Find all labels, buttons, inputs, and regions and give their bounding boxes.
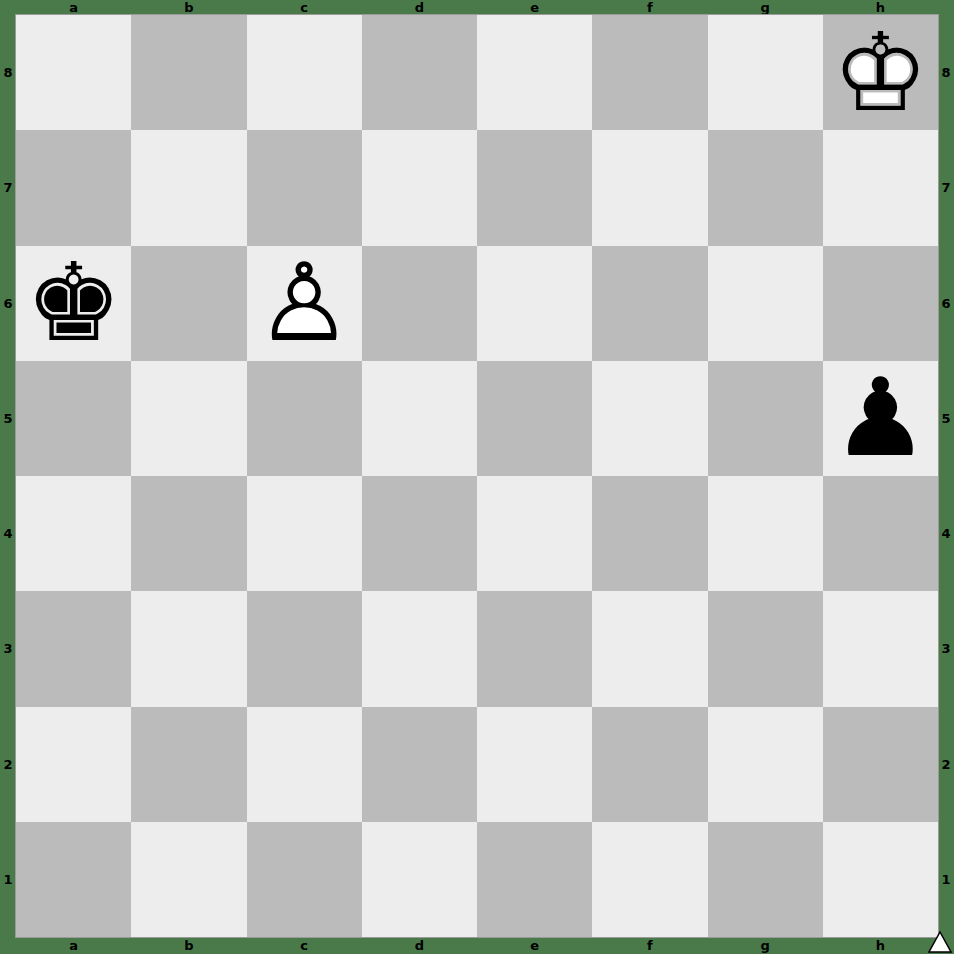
coord-label-8: 8: [938, 15, 954, 130]
square-a8[interactable]: [16, 15, 131, 130]
chess-board[interactable]: ♚♔♚♟♙♟: [16, 15, 938, 937]
square-f7[interactable]: [592, 130, 707, 245]
white-pawn-glyph: ♙: [256, 249, 353, 357]
coord-label-7: 7: [0, 130, 16, 245]
square-b4[interactable]: [131, 476, 246, 591]
square-d3[interactable]: [362, 591, 477, 706]
square-g8[interactable]: [708, 15, 823, 130]
white-to-move-indicator: [928, 931, 952, 953]
square-d5[interactable]: [362, 361, 477, 476]
coord-label-1: 1: [0, 822, 16, 937]
square-e5[interactable]: [477, 361, 592, 476]
square-a1[interactable]: [16, 822, 131, 937]
square-f1[interactable]: [592, 822, 707, 937]
coord-label-d: d: [362, 937, 477, 954]
square-e8[interactable]: [477, 15, 592, 130]
coord-label-1: 1: [938, 822, 954, 937]
square-e3[interactable]: [477, 591, 592, 706]
square-a2[interactable]: [16, 707, 131, 822]
black-pawn-glyph: ♟: [832, 364, 929, 472]
square-g4[interactable]: [708, 476, 823, 591]
square-a5[interactable]: [16, 361, 131, 476]
square-b1[interactable]: [131, 822, 246, 937]
square-g3[interactable]: [708, 591, 823, 706]
coord-label-2: 2: [0, 707, 16, 822]
square-b3[interactable]: [131, 591, 246, 706]
coord-label-a: a: [16, 937, 131, 954]
square-d2[interactable]: [362, 707, 477, 822]
coord-label-5: 5: [938, 361, 954, 476]
square-a7[interactable]: [16, 130, 131, 245]
square-e6[interactable]: [477, 246, 592, 361]
coord-label-3: 3: [0, 591, 16, 706]
square-f6[interactable]: [592, 246, 707, 361]
square-c6[interactable]: ♟♙: [247, 246, 362, 361]
square-d4[interactable]: [362, 476, 477, 591]
coord-label-h: h: [823, 937, 938, 954]
white-king[interactable]: ♚♔: [823, 15, 938, 130]
square-a3[interactable]: [16, 591, 131, 706]
square-d8[interactable]: [362, 15, 477, 130]
coord-label-g: g: [708, 0, 823, 15]
coord-label-b: b: [131, 937, 246, 954]
coord-label-e: e: [477, 0, 592, 15]
square-h1[interactable]: [823, 822, 938, 937]
coord-label-8: 8: [0, 15, 16, 130]
square-f3[interactable]: [592, 591, 707, 706]
coord-label-5: 5: [0, 361, 16, 476]
coord-label-d: d: [362, 0, 477, 15]
square-c1[interactable]: [247, 822, 362, 937]
white-king-glyph: ♔: [832, 19, 929, 127]
square-b8[interactable]: [131, 15, 246, 130]
rank-labels-right: 87654321: [938, 15, 954, 937]
square-b5[interactable]: [131, 361, 246, 476]
square-e2[interactable]: [477, 707, 592, 822]
coord-label-6: 6: [938, 246, 954, 361]
black-king-glyph: ♚: [25, 249, 122, 357]
square-f8[interactable]: [592, 15, 707, 130]
square-d1[interactable]: [362, 822, 477, 937]
square-e7[interactable]: [477, 130, 592, 245]
coord-label-4: 4: [0, 476, 16, 591]
coord-label-e: e: [477, 937, 592, 954]
file-labels-top: abcdefgh: [16, 0, 938, 15]
square-d6[interactable]: [362, 246, 477, 361]
square-g1[interactable]: [708, 822, 823, 937]
square-c2[interactable]: [247, 707, 362, 822]
square-h4[interactable]: [823, 476, 938, 591]
square-h3[interactable]: [823, 591, 938, 706]
rank-labels-left: 87654321: [0, 15, 16, 937]
coord-label-f: f: [592, 937, 707, 954]
square-d7[interactable]: [362, 130, 477, 245]
square-h7[interactable]: [823, 130, 938, 245]
square-c5[interactable]: [247, 361, 362, 476]
coord-label-4: 4: [938, 476, 954, 591]
coord-label-a: a: [16, 0, 131, 15]
square-c8[interactable]: [247, 15, 362, 130]
square-f4[interactable]: [592, 476, 707, 591]
square-b7[interactable]: [131, 130, 246, 245]
square-a6[interactable]: ♚: [16, 246, 131, 361]
black-king[interactable]: ♚: [16, 246, 131, 361]
square-g6[interactable]: [708, 246, 823, 361]
square-g5[interactable]: [708, 361, 823, 476]
white-pawn[interactable]: ♟♙: [247, 246, 362, 361]
coord-label-g: g: [708, 937, 823, 954]
coord-label-f: f: [592, 0, 707, 15]
square-e1[interactable]: [477, 822, 592, 937]
square-h5[interactable]: ♟: [823, 361, 938, 476]
square-f5[interactable]: [592, 361, 707, 476]
coord-label-6: 6: [0, 246, 16, 361]
square-f2[interactable]: [592, 707, 707, 822]
square-c3[interactable]: [247, 591, 362, 706]
coord-label-c: c: [247, 0, 362, 15]
square-g7[interactable]: [708, 130, 823, 245]
chessboard-window: abcdefgh abcdefgh 87654321 87654321 ♚♔♚♟…: [0, 0, 954, 954]
file-labels-bottom: abcdefgh: [16, 937, 938, 954]
square-b6[interactable]: [131, 246, 246, 361]
square-h8[interactable]: ♚♔: [823, 15, 938, 130]
coord-label-c: c: [247, 937, 362, 954]
coord-label-b: b: [131, 0, 246, 15]
square-g2[interactable]: [708, 707, 823, 822]
coord-label-3: 3: [938, 591, 954, 706]
square-e4[interactable]: [477, 476, 592, 591]
square-c4[interactable]: [247, 476, 362, 591]
square-h6[interactable]: [823, 246, 938, 361]
coord-label-2: 2: [938, 707, 954, 822]
square-h2[interactable]: [823, 707, 938, 822]
square-a4[interactable]: [16, 476, 131, 591]
black-pawn[interactable]: ♟: [823, 361, 938, 476]
coord-label-7: 7: [938, 130, 954, 245]
square-b2[interactable]: [131, 707, 246, 822]
square-c7[interactable]: [247, 130, 362, 245]
